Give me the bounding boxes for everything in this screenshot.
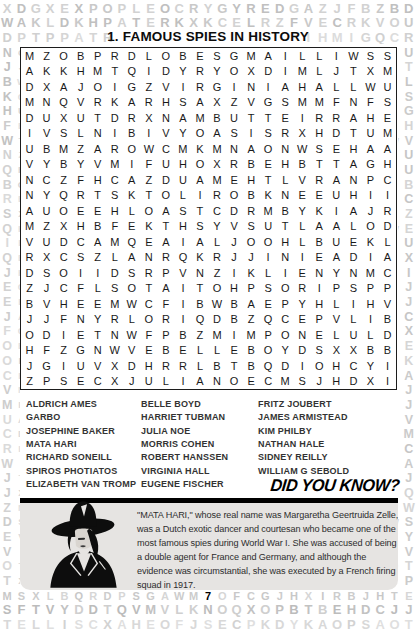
grid-cell[interactable]: X <box>38 79 55 95</box>
grid-cell[interactable]: D <box>55 234 72 250</box>
grid-cell[interactable]: K <box>362 234 379 250</box>
grid-cell[interactable]: M <box>191 110 208 126</box>
grid-cell[interactable]: H <box>55 296 72 312</box>
grid-cell[interactable]: R <box>379 203 396 219</box>
grid-cell[interactable]: B <box>379 312 396 328</box>
grid-cell[interactable]: U <box>140 374 157 390</box>
grid-cell[interactable]: M <box>89 64 106 80</box>
grid-cell[interactable]: I <box>55 358 72 374</box>
grid-cell[interactable]: F <box>106 219 123 235</box>
grid-cell[interactable]: I <box>362 188 379 204</box>
word-search-grid[interactable]: MZOBPRDLOBESGMAILLIWSSAKKHMTQIDYRYOXDIML… <box>20 47 397 390</box>
grid-cell[interactable]: V <box>226 219 243 235</box>
grid-cell[interactable]: Y <box>38 157 55 173</box>
grid-cell[interactable]: O <box>243 234 260 250</box>
grid-cell[interactable]: X <box>140 110 157 126</box>
grid-cell[interactable]: S <box>379 95 396 111</box>
grid-cell[interactable]: L <box>345 312 362 328</box>
grid-cell[interactable]: I <box>55 327 72 343</box>
grid-cell[interactable]: Q <box>191 312 208 328</box>
grid-cell[interactable]: B <box>243 358 260 374</box>
grid-cell[interactable]: D <box>21 265 38 281</box>
grid-cell[interactable]: G <box>362 157 379 173</box>
grid-cell[interactable]: I <box>345 296 362 312</box>
grid-cell[interactable]: A <box>260 48 277 64</box>
grid-cell[interactable]: G <box>72 343 89 359</box>
grid-cell[interactable]: S <box>379 48 396 64</box>
grid-cell[interactable]: S <box>345 281 362 297</box>
grid-cell[interactable]: X <box>55 219 72 235</box>
grid-cell[interactable]: D <box>208 312 225 328</box>
grid-cell[interactable]: O <box>277 327 294 343</box>
grid-cell[interactable]: F <box>38 343 55 359</box>
grid-cell[interactable]: B <box>174 327 191 343</box>
grid-cell[interactable]: D <box>379 327 396 343</box>
grid-cell[interactable]: S <box>55 374 72 390</box>
grid-cell[interactable]: O <box>157 48 174 64</box>
grid-cell[interactable]: D <box>226 203 243 219</box>
grid-cell[interactable]: F <box>157 296 174 312</box>
word-item[interactable]: VIRGINIA HALL <box>141 465 228 478</box>
grid-cell[interactable]: H <box>89 172 106 188</box>
grid-cell[interactable]: T <box>89 327 106 343</box>
grid-cell[interactable]: B <box>311 234 328 250</box>
grid-cell[interactable]: O <box>140 312 157 328</box>
grid-cell[interactable]: I <box>311 281 328 297</box>
grid-cell[interactable]: I <box>106 79 123 95</box>
grid-cell[interactable]: G <box>123 79 140 95</box>
grid-cell[interactable]: V <box>21 234 38 250</box>
grid-cell[interactable]: O <box>226 374 243 390</box>
grid-cell[interactable]: C <box>38 172 55 188</box>
grid-cell[interactable]: U <box>362 126 379 142</box>
grid-cell[interactable]: S <box>277 95 294 111</box>
grid-cell[interactable]: S <box>72 250 89 266</box>
grid-cell[interactable]: D <box>328 126 345 142</box>
grid-cell[interactable]: I <box>226 327 243 343</box>
grid-cell[interactable]: Y <box>174 126 191 142</box>
grid-cell[interactable]: S <box>226 126 243 142</box>
word-item[interactable]: KIM PHILBY <box>258 425 349 438</box>
grid-cell[interactable]: T <box>140 281 157 297</box>
word-item[interactable]: FRITZ JOUBERT <box>258 398 349 411</box>
word-item[interactable]: GARBO <box>26 411 136 424</box>
grid-cell[interactable]: A <box>157 234 174 250</box>
grid-cell[interactable]: C <box>140 296 157 312</box>
grid-cell[interactable]: B <box>294 157 311 173</box>
grid-cell[interactable]: V <box>174 265 191 281</box>
grid-cell[interactable]: T <box>328 157 345 173</box>
word-item[interactable]: RICHARD SONEILL <box>26 451 136 464</box>
grid-cell[interactable]: O <box>260 141 277 157</box>
grid-cell[interactable]: P <box>379 281 396 297</box>
grid-cell[interactable]: R <box>157 312 174 328</box>
grid-cell[interactable]: D <box>157 64 174 80</box>
grid-cell[interactable]: R <box>294 281 311 297</box>
grid-cell[interactable]: E <box>311 250 328 266</box>
grid-cell[interactable]: P <box>38 374 55 390</box>
word-item[interactable]: MORRIS COHEN <box>141 438 228 451</box>
grid-cell[interactable]: N <box>157 110 174 126</box>
grid-cell[interactable]: I <box>243 126 260 142</box>
grid-cell[interactable]: I <box>328 203 345 219</box>
grid-cell[interactable]: V <box>89 358 106 374</box>
grid-cell[interactable]: U <box>38 203 55 219</box>
grid-cell[interactable]: P <box>328 281 345 297</box>
grid-cell[interactable]: W <box>123 327 140 343</box>
grid-cell[interactable]: V <box>21 157 38 173</box>
grid-cell[interactable]: Z <box>140 79 157 95</box>
grid-cell[interactable]: M <box>379 64 396 80</box>
grid-cell[interactable]: M <box>55 141 72 157</box>
grid-cell[interactable]: A <box>123 95 140 111</box>
grid-cell[interactable]: G <box>208 79 225 95</box>
grid-cell[interactable]: M <box>311 95 328 111</box>
grid-cell[interactable]: I <box>72 265 89 281</box>
grid-cell[interactable]: D <box>379 219 396 235</box>
grid-cell[interactable]: C <box>157 141 174 157</box>
grid-cell[interactable]: T <box>345 126 362 142</box>
grid-cell[interactable]: S <box>243 219 260 235</box>
grid-cell[interactable]: J <box>123 374 140 390</box>
grid-cell[interactable]: H <box>174 157 191 173</box>
grid-cell[interactable]: I <box>140 126 157 142</box>
grid-cell[interactable]: B <box>243 343 260 359</box>
grid-cell[interactable]: L <box>294 219 311 235</box>
grid-cell[interactable]: O <box>362 219 379 235</box>
word-item[interactable]: ALDRICH AMES <box>26 398 136 411</box>
grid-cell[interactable]: E <box>72 203 89 219</box>
grid-cell[interactable]: C <box>89 374 106 390</box>
grid-cell[interactable]: S <box>191 219 208 235</box>
grid-cell[interactable]: W <box>140 141 157 157</box>
grid-cell[interactable]: Z <box>55 343 72 359</box>
grid-cell[interactable]: A <box>21 203 38 219</box>
grid-cell[interactable]: F <box>362 95 379 111</box>
grid-cell[interactable]: W <box>106 343 123 359</box>
grid-cell[interactable]: A <box>191 374 208 390</box>
grid-cell[interactable]: P <box>243 281 260 297</box>
grid-cell[interactable]: B <box>226 296 243 312</box>
grid-cell[interactable]: G <box>226 48 243 64</box>
grid-cell[interactable]: U <box>226 110 243 126</box>
grid-cell[interactable]: E <box>174 343 191 359</box>
grid-cell[interactable]: O <box>191 157 208 173</box>
grid-cell[interactable]: H <box>226 281 243 297</box>
grid-cell[interactable]: H <box>362 296 379 312</box>
grid-cell[interactable]: Y <box>277 343 294 359</box>
grid-cell[interactable]: Y <box>362 358 379 374</box>
grid-cell[interactable]: B <box>89 219 106 235</box>
grid-cell[interactable]: O <box>191 126 208 142</box>
grid-cell[interactable]: J <box>311 374 328 390</box>
grid-cell[interactable]: Q <box>55 188 72 204</box>
grid-cell[interactable]: V <box>38 296 55 312</box>
grid-cell[interactable]: X <box>55 110 72 126</box>
grid-cell[interactable]: A <box>208 126 225 142</box>
grid-cell[interactable]: R <box>191 79 208 95</box>
grid-cell[interactable]: H <box>157 95 174 111</box>
grid-cell[interactable]: S <box>55 126 72 142</box>
grid-cell[interactable]: R <box>140 95 157 111</box>
grid-cell[interactable]: U <box>21 141 38 157</box>
grid-cell[interactable]: X <box>106 374 123 390</box>
grid-cell[interactable]: L <box>345 219 362 235</box>
grid-cell[interactable]: P <box>89 48 106 64</box>
grid-cell[interactable]: S <box>311 343 328 359</box>
word-item[interactable]: JAMES ARMISTEAD <box>258 411 349 424</box>
grid-cell[interactable]: L <box>260 265 277 281</box>
grid-cell[interactable]: V <box>243 95 260 111</box>
grid-cell[interactable]: O <box>140 203 157 219</box>
grid-cell[interactable]: S <box>38 265 55 281</box>
grid-cell[interactable]: A <box>243 296 260 312</box>
word-item[interactable]: SPIROS PHOTIATOS <box>26 465 136 478</box>
grid-cell[interactable]: T <box>157 219 174 235</box>
grid-cell[interactable]: S <box>106 281 123 297</box>
grid-cell[interactable]: T <box>89 188 106 204</box>
grid-cell[interactable]: D <box>106 110 123 126</box>
grid-cell[interactable]: S <box>294 374 311 390</box>
grid-cell[interactable]: R <box>208 250 225 266</box>
grid-cell[interactable]: I <box>21 126 38 142</box>
grid-cell[interactable]: E <box>294 265 311 281</box>
grid-cell[interactable]: L <box>208 343 225 359</box>
grid-cell[interactable]: M <box>379 126 396 142</box>
grid-cell[interactable]: Z <box>21 374 38 390</box>
grid-cell[interactable]: F <box>140 157 157 173</box>
grid-cell[interactable]: N <box>243 79 260 95</box>
grid-cell[interactable]: S <box>174 95 191 111</box>
grid-cell[interactable]: H <box>21 343 38 359</box>
grid-cell[interactable]: N <box>106 327 123 343</box>
grid-cell[interactable]: X <box>362 64 379 80</box>
grid-cell[interactable]: D <box>21 110 38 126</box>
grid-cell[interactable]: Y <box>89 312 106 328</box>
grid-cell[interactable]: M <box>260 203 277 219</box>
grid-cell[interactable]: V <box>328 312 345 328</box>
grid-cell[interactable]: R <box>140 265 157 281</box>
grid-cell[interactable]: Y <box>72 157 89 173</box>
grid-cell[interactable]: D <box>260 64 277 80</box>
grid-cell[interactable]: A <box>345 110 362 126</box>
grid-cell[interactable]: X <box>294 126 311 142</box>
grid-cell[interactable]: I <box>277 48 294 64</box>
grid-cell[interactable]: R <box>157 250 174 266</box>
grid-cell[interactable]: I <box>260 79 277 95</box>
grid-cell[interactable]: L <box>277 172 294 188</box>
grid-cell[interactable]: K <box>311 203 328 219</box>
grid-cell[interactable]: H <box>345 188 362 204</box>
grid-cell[interactable]: F <box>55 312 72 328</box>
grid-cell[interactable]: E <box>191 48 208 64</box>
grid-cell[interactable]: E <box>260 157 277 173</box>
grid-cell[interactable]: A <box>89 141 106 157</box>
grid-cell[interactable]: P <box>260 327 277 343</box>
grid-cell[interactable]: Z <box>38 48 55 64</box>
grid-cell[interactable]: B <box>226 312 243 328</box>
grid-cell[interactable]: I <box>277 265 294 281</box>
grid-cell[interactable]: K <box>123 188 140 204</box>
grid-cell[interactable]: R <box>106 141 123 157</box>
grid-cell[interactable]: B <box>208 358 225 374</box>
grid-cell[interactable]: R <box>106 312 123 328</box>
grid-cell[interactable]: E <box>89 203 106 219</box>
grid-cell[interactable]: D <box>345 250 362 266</box>
grid-cell[interactable]: H <box>294 79 311 95</box>
grid-cell[interactable]: L <box>294 48 311 64</box>
grid-cell[interactable]: M <box>243 327 260 343</box>
grid-cell[interactable]: X <box>208 95 225 111</box>
grid-cell[interactable]: W <box>362 79 379 95</box>
grid-cell[interactable]: I <box>174 312 191 328</box>
grid-cell[interactable]: I <box>226 79 243 95</box>
grid-cell[interactable]: M <box>277 374 294 390</box>
grid-cell[interactable]: R <box>21 250 38 266</box>
grid-cell[interactable]: U <box>38 110 55 126</box>
grid-cell[interactable]: C <box>345 358 362 374</box>
grid-cell[interactable]: N <box>208 374 225 390</box>
grid-cell[interactable]: A <box>123 250 140 266</box>
grid-cell[interactable]: N <box>72 312 89 328</box>
grid-cell[interactable]: Q <box>260 312 277 328</box>
grid-cell[interactable]: I <box>294 250 311 266</box>
grid-cell[interactable]: L <box>294 234 311 250</box>
grid-cell[interactable]: E <box>140 234 157 250</box>
grid-cell[interactable]: N <box>226 141 243 157</box>
grid-cell[interactable]: S <box>208 48 225 64</box>
grid-cell[interactable]: T <box>226 358 243 374</box>
grid-cell[interactable]: J <box>226 250 243 266</box>
grid-cell[interactable]: E <box>123 219 140 235</box>
grid-cell[interactable]: C <box>277 312 294 328</box>
grid-cell[interactable]: A <box>89 234 106 250</box>
grid-cell[interactable]: Q <box>174 250 191 266</box>
grid-cell[interactable]: J <box>362 203 379 219</box>
grid-cell[interactable]: H <box>328 374 345 390</box>
grid-cell[interactable]: R <box>311 110 328 126</box>
grid-cell[interactable]: I <box>277 64 294 80</box>
grid-cell[interactable]: I <box>294 110 311 126</box>
grid-cell[interactable]: T <box>191 281 208 297</box>
grid-cell[interactable]: Z <box>72 141 89 157</box>
grid-cell[interactable]: T <box>277 219 294 235</box>
grid-cell[interactable]: X <box>106 358 123 374</box>
grid-cell[interactable]: P <box>157 327 174 343</box>
grid-cell[interactable]: L <box>311 48 328 64</box>
grid-cell[interactable]: R <box>191 64 208 80</box>
grid-cell[interactable]: E <box>140 343 157 359</box>
word-item[interactable]: JULIA NOE <box>141 425 228 438</box>
grid-cell[interactable]: C <box>379 172 396 188</box>
grid-cell[interactable]: R <box>328 110 345 126</box>
grid-cell[interactable]: B <box>72 48 89 64</box>
grid-cell[interactable]: A <box>311 219 328 235</box>
grid-cell[interactable]: L <box>106 250 123 266</box>
grid-cell[interactable]: D <box>345 374 362 390</box>
grid-cell[interactable]: R <box>123 110 140 126</box>
grid-cell[interactable]: Z <box>208 265 225 281</box>
grid-cell[interactable]: U <box>38 234 55 250</box>
grid-cell[interactable]: H <box>243 172 260 188</box>
grid-cell[interactable]: J <box>38 312 55 328</box>
grid-cell[interactable]: V <box>157 126 174 142</box>
grid-cell[interactable]: U <box>328 188 345 204</box>
grid-cell[interactable]: X <box>38 250 55 266</box>
grid-cell[interactable]: M <box>21 48 38 64</box>
grid-cell[interactable]: E <box>345 234 362 250</box>
letter-grid[interactable]: MZOBPRDLOBESGMAILLIWSSAKKHMTQIDYRYOXDIML… <box>21 48 396 389</box>
grid-cell[interactable]: E <box>277 110 294 126</box>
grid-cell[interactable]: T <box>106 64 123 80</box>
grid-cell[interactable]: A <box>379 250 396 266</box>
grid-cell[interactable]: T <box>345 64 362 80</box>
grid-cell[interactable]: L <box>140 48 157 64</box>
grid-cell[interactable]: B <box>38 141 55 157</box>
grid-cell[interactable]: S <box>311 141 328 157</box>
grid-cell[interactable]: R <box>72 188 89 204</box>
grid-cell[interactable]: I <box>362 312 379 328</box>
grid-cell[interactable]: M <box>243 48 260 64</box>
grid-cell[interactable]: A <box>21 64 38 80</box>
grid-cell[interactable]: Y <box>328 265 345 281</box>
grid-cell[interactable]: T <box>311 157 328 173</box>
grid-cell[interactable]: L <box>123 203 140 219</box>
grid-cell[interactable]: M <box>208 141 225 157</box>
grid-cell[interactable]: R <box>226 157 243 173</box>
grid-cell[interactable]: E <box>311 188 328 204</box>
grid-cell[interactable]: A <box>157 281 174 297</box>
grid-cell[interactable]: E <box>72 296 89 312</box>
grid-cell[interactable]: L <box>72 126 89 142</box>
grid-cell[interactable]: Z <box>55 172 72 188</box>
grid-cell[interactable]: P <box>157 265 174 281</box>
grid-cell[interactable]: A <box>55 79 72 95</box>
grid-cell[interactable]: V <box>294 172 311 188</box>
grid-cell[interactable]: W <box>345 48 362 64</box>
grid-cell[interactable]: A <box>362 141 379 157</box>
grid-cell[interactable]: D <box>123 358 140 374</box>
grid-cell[interactable]: E <box>226 343 243 359</box>
grid-cell[interactable]: E <box>294 188 311 204</box>
grid-cell[interactable]: E <box>226 172 243 188</box>
grid-cell[interactable]: A <box>277 79 294 95</box>
grid-cell[interactable]: A <box>243 141 260 157</box>
grid-cell[interactable]: M <box>21 219 38 235</box>
grid-cell[interactable]: M <box>294 95 311 111</box>
grid-cell[interactable]: J <box>226 234 243 250</box>
grid-cell[interactable]: N <box>277 141 294 157</box>
grid-cell[interactable]: I <box>174 374 191 390</box>
grid-cell[interactable]: E <box>72 327 89 343</box>
grid-cell[interactable]: B <box>277 203 294 219</box>
grid-cell[interactable]: M <box>106 296 123 312</box>
grid-cell[interactable]: Y <box>294 296 311 312</box>
word-item[interactable]: BELLE BOYD <box>141 398 228 411</box>
grid-cell[interactable]: N <box>89 343 106 359</box>
word-item[interactable]: EUGENE FISCHER <box>141 478 228 491</box>
grid-cell[interactable]: O <box>123 141 140 157</box>
grid-cell[interactable]: O <box>226 64 243 80</box>
word-item[interactable]: ELIZABETH VAN TROMP <box>26 478 136 491</box>
grid-cell[interactable]: Z <box>140 172 157 188</box>
grid-cell[interactable]: C <box>106 172 123 188</box>
grid-cell[interactable]: T <box>243 110 260 126</box>
grid-cell[interactable]: M <box>106 234 123 250</box>
grid-cell[interactable]: O <box>260 234 277 250</box>
grid-cell[interactable]: D <box>21 79 38 95</box>
grid-cell[interactable]: L <box>328 79 345 95</box>
